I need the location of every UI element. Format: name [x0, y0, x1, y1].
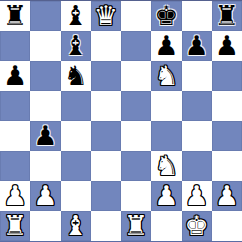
- square-d3[interactable]: [91, 151, 121, 181]
- square-b2[interactable]: ♟: [30, 181, 60, 211]
- square-h3[interactable]: [212, 151, 242, 181]
- square-b7[interactable]: [30, 31, 60, 61]
- white-queen-piece[interactable]: ♛: [94, 2, 118, 29]
- square-d5[interactable]: [91, 91, 121, 121]
- square-e2[interactable]: [121, 181, 151, 211]
- square-g6[interactable]: [182, 61, 212, 91]
- square-b8[interactable]: [30, 1, 60, 31]
- square-b1[interactable]: [30, 211, 60, 241]
- square-a2[interactable]: ♟: [0, 181, 30, 211]
- square-a3[interactable]: [0, 151, 30, 181]
- black-pawn-piece[interactable]: ♟: [154, 32, 178, 59]
- black-pawn-piece[interactable]: ♟: [33, 122, 57, 149]
- square-h1[interactable]: [212, 211, 242, 241]
- square-f8[interactable]: ♚: [151, 1, 181, 31]
- square-e7[interactable]: [121, 31, 151, 61]
- square-a5[interactable]: [0, 91, 30, 121]
- square-e8[interactable]: [121, 1, 151, 31]
- square-a4[interactable]: [0, 121, 30, 151]
- white-knight-piece[interactable]: ♞: [154, 152, 178, 179]
- square-d7[interactable]: [91, 31, 121, 61]
- square-g2[interactable]: ♟: [182, 181, 212, 211]
- square-d2[interactable]: [91, 181, 121, 211]
- black-pawn-piece[interactable]: ♟: [215, 32, 239, 59]
- white-pawn-piece[interactable]: ♟: [33, 182, 57, 209]
- square-g1[interactable]: ♚: [182, 211, 212, 241]
- square-c7[interactable]: ♝: [61, 31, 91, 61]
- white-rook-piece[interactable]: ♜: [124, 212, 148, 239]
- square-e6[interactable]: [121, 61, 151, 91]
- square-c6[interactable]: ♞: [61, 61, 91, 91]
- white-pawn-piece[interactable]: ♟: [3, 182, 27, 209]
- square-e4[interactable]: [121, 121, 151, 151]
- square-f2[interactable]: ♟: [151, 181, 181, 211]
- square-e1[interactable]: ♜: [121, 211, 151, 241]
- square-f4[interactable]: [151, 121, 181, 151]
- square-g4[interactable]: [182, 121, 212, 151]
- square-c8[interactable]: ♝: [61, 1, 91, 31]
- white-pawn-piece[interactable]: ♟: [185, 182, 209, 209]
- white-rook-piece[interactable]: ♜: [3, 212, 27, 239]
- white-pawn-piece[interactable]: ♟: [215, 182, 239, 209]
- square-f5[interactable]: [151, 91, 181, 121]
- square-g7[interactable]: ♟: [182, 31, 212, 61]
- chess-board: ♜♝♛♚♜♝♟♟♟♟♞♞♟♞♟♟♟♟♟♜♝♜♚: [0, 0, 242, 242]
- black-rook-piece[interactable]: ♜: [3, 2, 27, 29]
- square-f1[interactable]: [151, 211, 181, 241]
- square-d4[interactable]: [91, 121, 121, 151]
- black-pawn-piece[interactable]: ♟: [185, 32, 209, 59]
- square-d8[interactable]: ♛: [91, 1, 121, 31]
- black-king-piece[interactable]: ♚: [154, 2, 178, 29]
- square-e3[interactable]: [121, 151, 151, 181]
- black-bishop-piece[interactable]: ♝: [64, 2, 88, 29]
- square-c3[interactable]: [61, 151, 91, 181]
- square-a7[interactable]: [0, 31, 30, 61]
- black-bishop-piece[interactable]: ♝: [64, 32, 88, 59]
- square-b3[interactable]: [30, 151, 60, 181]
- white-king-piece[interactable]: ♚: [185, 212, 209, 239]
- square-a6[interactable]: ♟: [0, 61, 30, 91]
- square-f6[interactable]: ♞: [151, 61, 181, 91]
- square-g3[interactable]: [182, 151, 212, 181]
- square-g5[interactable]: [182, 91, 212, 121]
- square-g8[interactable]: [182, 1, 212, 31]
- white-pawn-piece[interactable]: ♟: [154, 182, 178, 209]
- square-b5[interactable]: [30, 91, 60, 121]
- square-d1[interactable]: [91, 211, 121, 241]
- square-d6[interactable]: [91, 61, 121, 91]
- square-c1[interactable]: ♝: [61, 211, 91, 241]
- black-knight-piece[interactable]: ♞: [64, 62, 88, 89]
- black-rook-piece[interactable]: ♜: [215, 2, 239, 29]
- white-knight-piece[interactable]: ♞: [154, 62, 178, 89]
- square-b4[interactable]: ♟: [30, 121, 60, 151]
- square-b6[interactable]: [30, 61, 60, 91]
- square-f3[interactable]: ♞: [151, 151, 181, 181]
- black-pawn-piece[interactable]: ♟: [3, 62, 27, 89]
- square-f7[interactable]: ♟: [151, 31, 181, 61]
- square-h2[interactable]: ♟: [212, 181, 242, 211]
- square-c4[interactable]: [61, 121, 91, 151]
- square-c2[interactable]: [61, 181, 91, 211]
- square-h6[interactable]: [212, 61, 242, 91]
- square-c5[interactable]: [61, 91, 91, 121]
- square-h8[interactable]: ♜: [212, 1, 242, 31]
- white-bishop-piece[interactable]: ♝: [64, 212, 88, 239]
- square-a1[interactable]: ♜: [0, 211, 30, 241]
- square-h4[interactable]: [212, 121, 242, 151]
- square-h7[interactable]: ♟: [212, 31, 242, 61]
- square-e5[interactable]: [121, 91, 151, 121]
- square-a8[interactable]: ♜: [0, 1, 30, 31]
- square-h5[interactable]: [212, 91, 242, 121]
